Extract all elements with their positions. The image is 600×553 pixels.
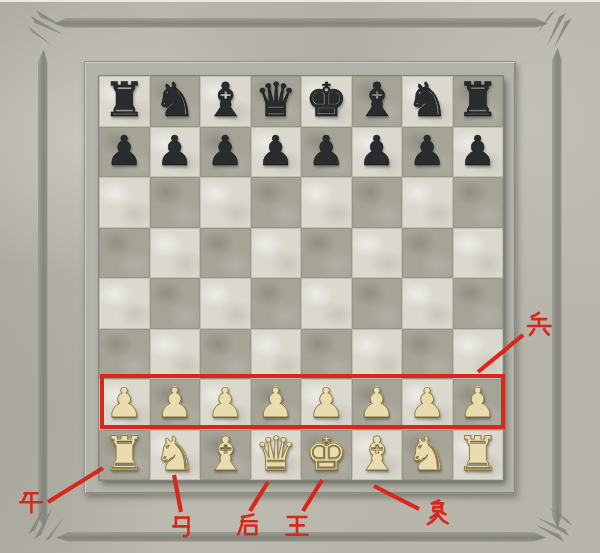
piece-white-knight[interactable]: ♞	[406, 429, 448, 479]
piece-black-queen[interactable]: ♛	[255, 75, 297, 125]
square-g7[interactable]: ♟	[402, 127, 453, 178]
piece-white-pawn[interactable]: ♟	[156, 378, 193, 428]
chess-board[interactable]: ♜♞♝♛♚♝♞♜♟♟♟♟♟♟♟♟♟♟♟♟♟♟♟♟♜♞♝♛♚♝♞♜	[99, 76, 503, 480]
piece-white-rook[interactable]: ♜	[457, 429, 499, 479]
square-h3[interactable]	[453, 329, 504, 380]
piece-black-knight[interactable]: ♞	[406, 75, 448, 125]
piece-white-pawn[interactable]: ♟	[409, 378, 446, 428]
square-g2[interactable]: ♟	[402, 379, 453, 430]
square-b5[interactable]	[150, 228, 201, 279]
square-a5[interactable]	[99, 228, 150, 279]
square-h2[interactable]: ♟	[453, 379, 504, 430]
frame-stripe-left	[38, 50, 48, 528]
corner-flourish-icon	[22, 502, 68, 548]
square-f8[interactable]: ♝	[352, 76, 403, 127]
square-a3[interactable]	[99, 329, 150, 380]
piece-white-pawn[interactable]: ♟	[308, 378, 345, 428]
chess-app-window: ♜♞♝♛♚♝♞♜♟♟♟♟♟♟♟♟♟♟♟♟♟♟♟♟♜♞♝♛♚♝♞♜	[0, 0, 600, 553]
square-h7[interactable]: ♟	[453, 127, 504, 178]
square-b1[interactable]: ♞	[150, 430, 201, 481]
piece-white-pawn[interactable]: ♟	[106, 378, 143, 428]
piece-white-knight[interactable]: ♞	[154, 429, 196, 479]
corner-flourish-icon	[532, 502, 578, 548]
piece-black-bishop[interactable]: ♝	[204, 75, 246, 125]
square-c2[interactable]: ♟	[200, 379, 251, 430]
frame-stripe-bottom	[56, 532, 546, 542]
square-g5[interactable]	[402, 228, 453, 279]
piece-white-queen[interactable]: ♛	[255, 429, 297, 479]
square-a2[interactable]: ♟	[99, 379, 150, 430]
frame-stripe-top	[54, 18, 548, 28]
square-g3[interactable]	[402, 329, 453, 380]
square-c4[interactable]	[200, 278, 251, 329]
piece-white-pawn[interactable]: ♟	[358, 378, 395, 428]
square-d6[interactable]	[251, 177, 302, 228]
piece-white-pawn[interactable]: ♟	[257, 378, 294, 428]
square-g8[interactable]: ♞	[402, 76, 453, 127]
square-f5[interactable]	[352, 228, 403, 279]
square-d5[interactable]	[251, 228, 302, 279]
square-d8[interactable]: ♛	[251, 76, 302, 127]
square-b2[interactable]: ♟	[150, 379, 201, 430]
square-f2[interactable]: ♟	[352, 379, 403, 430]
square-g6[interactable]	[402, 177, 453, 228]
square-c6[interactable]	[200, 177, 251, 228]
square-e6[interactable]	[301, 177, 352, 228]
square-d4[interactable]	[251, 278, 302, 329]
square-h6[interactable]	[453, 177, 504, 228]
square-b4[interactable]	[150, 278, 201, 329]
piece-black-pawn[interactable]: ♟	[257, 126, 294, 176]
piece-black-pawn[interactable]: ♟	[308, 126, 345, 176]
piece-black-knight[interactable]: ♞	[154, 75, 196, 125]
piece-black-pawn[interactable]: ♟	[156, 126, 193, 176]
piece-black-pawn[interactable]: ♟	[459, 126, 496, 176]
square-d2[interactable]: ♟	[251, 379, 302, 430]
square-c8[interactable]: ♝	[200, 76, 251, 127]
square-a8[interactable]: ♜	[99, 76, 150, 127]
square-d3[interactable]	[251, 329, 302, 380]
square-a4[interactable]	[99, 278, 150, 329]
square-a7[interactable]: ♟	[99, 127, 150, 178]
square-h4[interactable]	[453, 278, 504, 329]
square-c7[interactable]: ♟	[200, 127, 251, 178]
square-e7[interactable]: ♟	[301, 127, 352, 178]
square-c5[interactable]	[200, 228, 251, 279]
piece-black-pawn[interactable]: ♟	[207, 126, 244, 176]
piece-black-bishop[interactable]: ♝	[356, 75, 398, 125]
square-b7[interactable]: ♟	[150, 127, 201, 178]
piece-black-king[interactable]: ♚	[305, 75, 347, 125]
square-e3[interactable]	[301, 329, 352, 380]
piece-black-pawn[interactable]: ♟	[409, 126, 446, 176]
square-e1[interactable]: ♚	[301, 430, 352, 481]
square-b8[interactable]: ♞	[150, 76, 201, 127]
square-a6[interactable]	[99, 177, 150, 228]
square-f6[interactable]	[352, 177, 403, 228]
square-d7[interactable]: ♟	[251, 127, 302, 178]
square-h8[interactable]: ♜	[453, 76, 504, 127]
piece-black-pawn[interactable]: ♟	[106, 126, 143, 176]
piece-white-pawn[interactable]: ♟	[459, 378, 496, 428]
square-b3[interactable]	[150, 329, 201, 380]
square-f3[interactable]	[352, 329, 403, 380]
square-d1[interactable]: ♛	[251, 430, 302, 481]
square-a1[interactable]: ♜	[99, 430, 150, 481]
piece-white-bishop[interactable]: ♝	[356, 429, 398, 479]
piece-white-rook[interactable]: ♜	[103, 429, 145, 479]
square-e2[interactable]: ♟	[301, 379, 352, 430]
piece-white-king[interactable]: ♚	[305, 429, 347, 479]
corner-flourish-icon	[22, 4, 68, 50]
square-h1[interactable]: ♜	[453, 430, 504, 481]
square-h5[interactable]	[453, 228, 504, 279]
board-frame: ♜♞♝♛♚♝♞♜♟♟♟♟♟♟♟♟♟♟♟♟♟♟♟♟♜♞♝♛♚♝♞♜	[84, 61, 516, 494]
square-c3[interactable]	[200, 329, 251, 380]
corner-flourish-icon	[532, 4, 578, 50]
square-e4[interactable]	[301, 278, 352, 329]
square-f4[interactable]	[352, 278, 403, 329]
top-edge-highlight	[0, 0, 600, 2]
square-g1[interactable]: ♞	[402, 430, 453, 481]
piece-white-bishop[interactable]: ♝	[204, 429, 246, 479]
square-e8[interactable]: ♚	[301, 76, 352, 127]
square-f7[interactable]: ♟	[352, 127, 403, 178]
square-c1[interactable]: ♝	[200, 430, 251, 481]
square-g4[interactable]	[402, 278, 453, 329]
piece-black-rook[interactable]: ♜	[103, 75, 145, 125]
piece-black-rook[interactable]: ♜	[457, 75, 499, 125]
square-b6[interactable]	[150, 177, 201, 228]
piece-black-pawn[interactable]: ♟	[358, 126, 395, 176]
square-f1[interactable]: ♝	[352, 430, 403, 481]
piece-white-pawn[interactable]: ♟	[207, 378, 244, 428]
frame-stripe-right	[552, 48, 562, 528]
square-e5[interactable]	[301, 228, 352, 279]
